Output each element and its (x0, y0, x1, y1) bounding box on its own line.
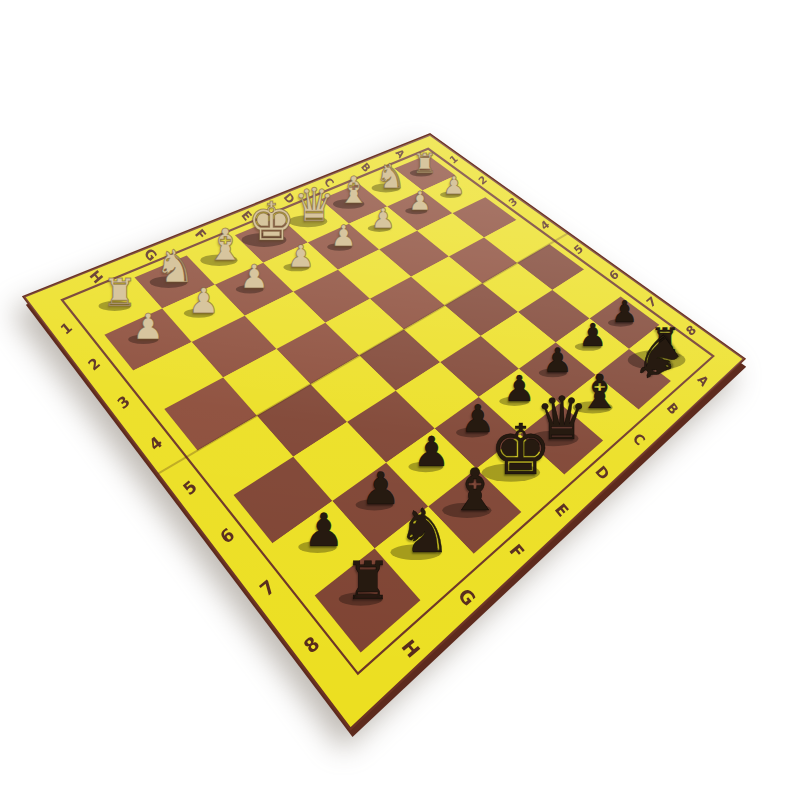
piece-white-pawn-e2[interactable]: ♟ (285, 241, 316, 272)
chessboard[interactable]: AABBCCDDEEFFGGHH1122334455667788 (0, 0, 800, 800)
piece-white-pawn-c2[interactable]: ♟ (369, 205, 397, 233)
piece-black-pawn-c7[interactable]: ♟ (541, 344, 575, 378)
piece-white-rook-a1[interactable]: ♜ (411, 150, 438, 177)
chess-set-photo: AABBCCDDEEFFGGHH1122334455667788 ♜♞♟♝♟♛♟… (0, 0, 800, 800)
piece-black-pawn-b7[interactable]: ♟ (577, 320, 609, 352)
piece-black-rook-h8[interactable]: ♜ (342, 555, 394, 607)
piece-white-knight-b1[interactable]: ♞ (374, 159, 408, 193)
piece-white-pawn-g2[interactable]: ♟ (186, 283, 221, 318)
piece-white-pawn-b2[interactable]: ♟ (407, 188, 433, 214)
piece-black-pawn-h7[interactable]: ♟ (301, 508, 347, 554)
piece-white-pawn-a2[interactable]: ♟ (442, 173, 467, 198)
piece-white-pawn-d2[interactable]: ♟ (329, 222, 358, 251)
piece-white-pawn-f2[interactable]: ♟ (238, 261, 271, 294)
piece-black-pawn-a7[interactable]: ♟ (610, 297, 640, 327)
piece-white-bishop-c1[interactable]: ♝ (335, 172, 372, 209)
piece-black-knight-g8[interactable]: ♞ (394, 501, 455, 562)
piece-white-pawn-h2[interactable]: ♟ (130, 309, 166, 345)
